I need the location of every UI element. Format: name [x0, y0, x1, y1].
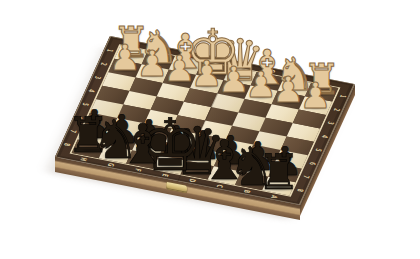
- black-rook-h8[interactable]: ♜: [64, 111, 113, 160]
- coordinate-label-3-right: 3: [326, 120, 336, 126]
- coordinate-label-6-right: 6: [307, 161, 317, 167]
- photo-scene: HHGGFFEEDDCCBBAA1122334455667788 ♜♞♝♛♚♝♞…: [0, 0, 420, 259]
- coordinate-label-5-right: 5: [313, 147, 323, 153]
- coordinate-label-3-left: 3: [92, 75, 102, 81]
- white-pawn-h2[interactable]: ♟: [107, 40, 143, 76]
- coordinate-label-4-left: 4: [86, 88, 96, 94]
- coordinate-label-4-right: 4: [319, 134, 329, 140]
